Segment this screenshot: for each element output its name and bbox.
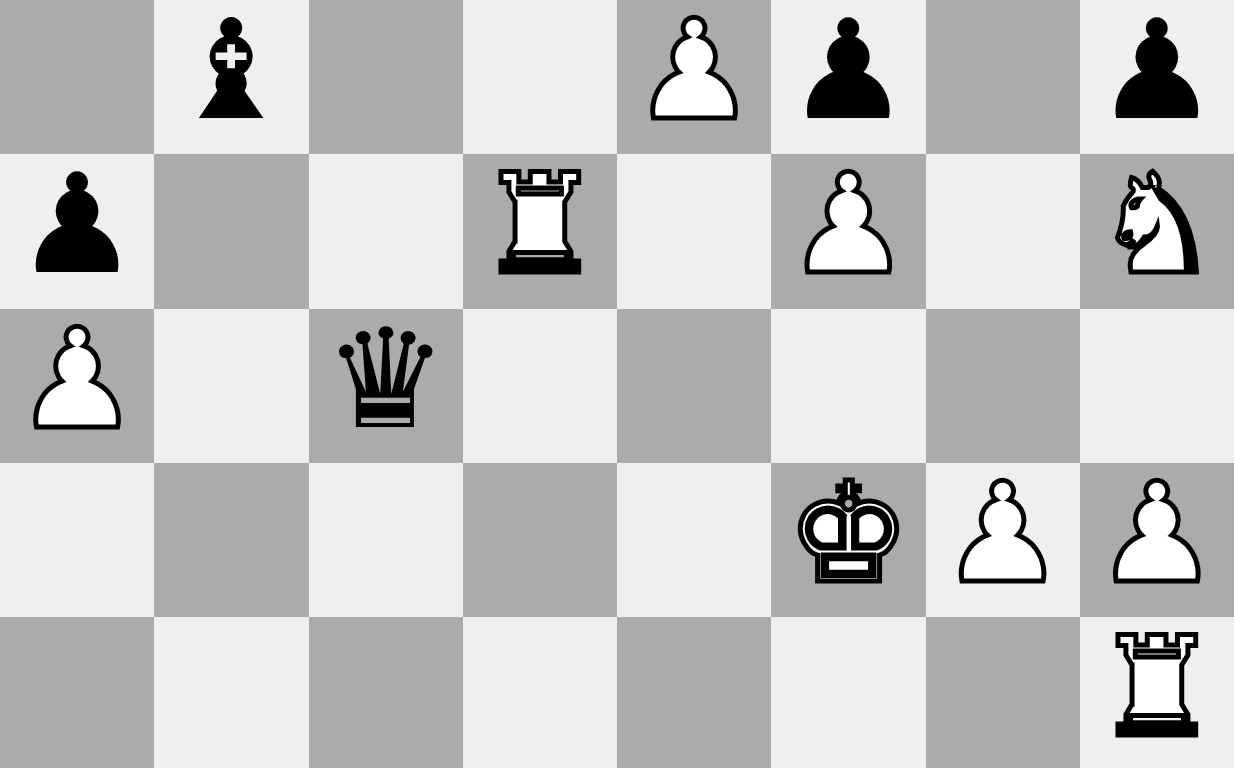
square-c3[interactable] — [309, 617, 463, 768]
black-bishop-b7[interactable]: ♝ — [170, 2, 294, 140]
square-a5[interactable]: ♟ — [0, 309, 154, 463]
white-pawn-a5[interactable]: ♟ — [15, 311, 139, 449]
white-pawn-h4[interactable]: ♟ — [1095, 465, 1219, 603]
square-b5[interactable] — [154, 309, 308, 463]
square-d3[interactable] — [463, 617, 617, 768]
black-pawn-f7[interactable]: ♟ — [787, 2, 911, 140]
square-a4[interactable] — [0, 463, 154, 617]
square-f6[interactable]: ♟ — [771, 154, 925, 308]
square-e3[interactable] — [617, 617, 771, 768]
square-d5[interactable] — [463, 309, 617, 463]
square-h4[interactable]: ♟ — [1080, 463, 1234, 617]
square-f5[interactable] — [771, 309, 925, 463]
white-knight-h6[interactable]: ♞ — [1095, 156, 1219, 294]
white-king-f4[interactable]: ♚ — [787, 465, 911, 603]
square-e7[interactable]: ♟ — [617, 0, 771, 154]
square-h6[interactable]: ♞ — [1080, 154, 1234, 308]
square-c4[interactable] — [309, 463, 463, 617]
square-c6[interactable] — [309, 154, 463, 308]
square-b4[interactable] — [154, 463, 308, 617]
square-f7[interactable]: ♟ — [771, 0, 925, 154]
square-b7[interactable]: ♝ — [154, 0, 308, 154]
square-f3[interactable] — [771, 617, 925, 768]
square-d6[interactable]: ♜ — [463, 154, 617, 308]
white-pawn-g4[interactable]: ♟ — [941, 465, 1065, 603]
white-pawn-f6[interactable]: ♟ — [787, 156, 911, 294]
square-e6[interactable] — [617, 154, 771, 308]
square-g3[interactable] — [926, 617, 1080, 768]
black-queen-c5[interactable]: ♛ — [324, 311, 448, 449]
square-f4[interactable]: ♚ — [771, 463, 925, 617]
white-pawn-e7[interactable]: ♟ — [632, 2, 756, 140]
square-a3[interactable] — [0, 617, 154, 768]
square-g7[interactable] — [926, 0, 1080, 154]
square-b6[interactable] — [154, 154, 308, 308]
chess-board: ♝♟♟♟♟♜♟♞♟♛♚♟♟♜ — [0, 0, 1234, 768]
square-c5[interactable]: ♛ — [309, 309, 463, 463]
black-pawn-h7[interactable]: ♟ — [1095, 2, 1219, 140]
square-e5[interactable] — [617, 309, 771, 463]
square-h3[interactable]: ♜ — [1080, 617, 1234, 768]
square-a7[interactable] — [0, 0, 154, 154]
square-b3[interactable] — [154, 617, 308, 768]
square-d4[interactable] — [463, 463, 617, 617]
square-g4[interactable]: ♟ — [926, 463, 1080, 617]
square-g5[interactable] — [926, 309, 1080, 463]
square-h5[interactable] — [1080, 309, 1234, 463]
black-pawn-a6[interactable]: ♟ — [15, 156, 139, 294]
square-d7[interactable] — [463, 0, 617, 154]
white-rook-d6[interactable]: ♜ — [478, 156, 602, 294]
white-rook-h3[interactable]: ♜ — [1095, 619, 1219, 757]
square-a6[interactable]: ♟ — [0, 154, 154, 308]
square-e4[interactable] — [617, 463, 771, 617]
square-g6[interactable] — [926, 154, 1080, 308]
square-h7[interactable]: ♟ — [1080, 0, 1234, 154]
square-c7[interactable] — [309, 0, 463, 154]
